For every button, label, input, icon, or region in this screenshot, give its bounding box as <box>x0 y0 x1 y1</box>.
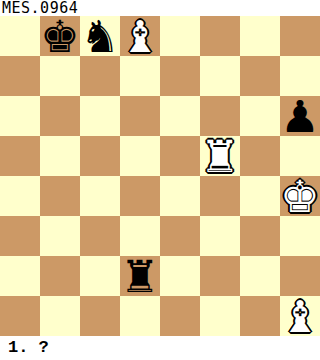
square-g1[interactable] <box>240 296 280 336</box>
square-c6[interactable] <box>80 96 120 136</box>
square-c5[interactable] <box>80 136 120 176</box>
square-f1[interactable] <box>200 296 240 336</box>
square-b8[interactable]: ♚ <box>40 16 80 56</box>
square-b1[interactable] <box>40 296 80 336</box>
square-g5[interactable] <box>240 136 280 176</box>
square-d2[interactable]: ♜ <box>120 256 160 296</box>
square-b7[interactable] <box>40 56 80 96</box>
square-h8[interactable] <box>280 16 320 56</box>
white-king-glyph: ♚ <box>280 177 320 217</box>
square-g7[interactable] <box>240 56 280 96</box>
square-e2[interactable] <box>160 256 200 296</box>
piece-white-rook[interactable]: ♜ <box>200 136 240 176</box>
square-b2[interactable] <box>40 256 80 296</box>
square-f8[interactable] <box>200 16 240 56</box>
square-d8[interactable]: ♝ <box>120 16 160 56</box>
square-h2[interactable] <box>280 256 320 296</box>
square-c4[interactable] <box>80 176 120 216</box>
white-rook-glyph: ♜ <box>200 137 240 177</box>
black-pawn-glyph: ♟ <box>280 97 320 137</box>
square-g3[interactable] <box>240 216 280 256</box>
square-b4[interactable] <box>40 176 80 216</box>
square-c1[interactable] <box>80 296 120 336</box>
chess-board: ♚♞♝♟♜♚♜♝ <box>0 16 320 336</box>
black-knight-glyph: ♞ <box>80 17 120 57</box>
white-bishop-glyph: ♝ <box>120 17 160 57</box>
square-d3[interactable] <box>120 216 160 256</box>
move-prompt: 1. ? <box>8 337 49 359</box>
piece-black-pawn[interactable]: ♟ <box>280 96 320 136</box>
square-d5[interactable] <box>120 136 160 176</box>
square-a3[interactable] <box>0 216 40 256</box>
square-a8[interactable] <box>0 16 40 56</box>
square-b6[interactable] <box>40 96 80 136</box>
square-e4[interactable] <box>160 176 200 216</box>
square-g8[interactable] <box>240 16 280 56</box>
piece-black-knight[interactable]: ♞ <box>80 16 120 56</box>
square-a2[interactable] <box>0 256 40 296</box>
square-h4[interactable]: ♚ <box>280 176 320 216</box>
square-d7[interactable] <box>120 56 160 96</box>
square-c2[interactable] <box>80 256 120 296</box>
square-f3[interactable] <box>200 216 240 256</box>
square-d4[interactable] <box>120 176 160 216</box>
square-g4[interactable] <box>240 176 280 216</box>
square-e6[interactable] <box>160 96 200 136</box>
black-rook-glyph: ♜ <box>120 257 160 297</box>
square-a4[interactable] <box>0 176 40 216</box>
square-g6[interactable] <box>240 96 280 136</box>
square-f2[interactable] <box>200 256 240 296</box>
piece-white-king[interactable]: ♚ <box>280 176 320 216</box>
square-h3[interactable] <box>280 216 320 256</box>
square-e1[interactable] <box>160 296 200 336</box>
square-f7[interactable] <box>200 56 240 96</box>
chess-puzzle-window: MES.0964 ♚♞♝♟♜♚♜♝ 1. ? <box>0 0 320 360</box>
square-b5[interactable] <box>40 136 80 176</box>
square-a5[interactable] <box>0 136 40 176</box>
square-f4[interactable] <box>200 176 240 216</box>
square-h7[interactable] <box>280 56 320 96</box>
white-bishop-glyph: ♝ <box>280 297 320 337</box>
black-king-glyph: ♚ <box>40 17 80 57</box>
square-h6[interactable]: ♟ <box>280 96 320 136</box>
square-f5[interactable]: ♜ <box>200 136 240 176</box>
square-d1[interactable] <box>120 296 160 336</box>
square-h1[interactable]: ♝ <box>280 296 320 336</box>
square-a6[interactable] <box>0 96 40 136</box>
piece-black-rook[interactable]: ♜ <box>120 256 160 296</box>
square-c8[interactable]: ♞ <box>80 16 120 56</box>
square-c7[interactable] <box>80 56 120 96</box>
square-e3[interactable] <box>160 216 200 256</box>
square-a1[interactable] <box>0 296 40 336</box>
square-e5[interactable] <box>160 136 200 176</box>
square-c3[interactable] <box>80 216 120 256</box>
square-d6[interactable] <box>120 96 160 136</box>
square-g2[interactable] <box>240 256 280 296</box>
piece-white-bishop[interactable]: ♝ <box>120 16 160 56</box>
square-b3[interactable] <box>40 216 80 256</box>
piece-black-king[interactable]: ♚ <box>40 16 80 56</box>
square-a7[interactable] <box>0 56 40 96</box>
piece-white-bishop[interactable]: ♝ <box>280 296 320 336</box>
square-e7[interactable] <box>160 56 200 96</box>
square-h5[interactable] <box>280 136 320 176</box>
square-f6[interactable] <box>200 96 240 136</box>
square-e8[interactable] <box>160 16 200 56</box>
